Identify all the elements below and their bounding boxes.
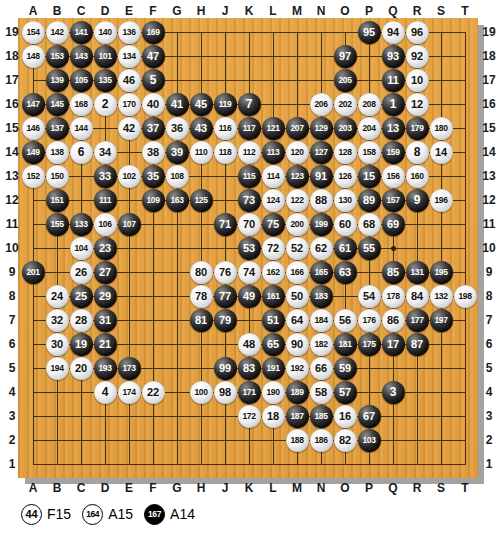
black-stone-A9: 201: [22, 261, 45, 284]
black-stone-J5: 99: [214, 357, 237, 380]
black-stone-L5: 191: [262, 357, 285, 380]
right-coordinate-label: 5: [486, 361, 493, 375]
white-stone-E15: 42: [118, 117, 141, 140]
white-stone-C14: 6: [70, 141, 93, 164]
black-stone-D5: 193: [94, 357, 117, 380]
left-coordinate-label: 12: [5, 193, 18, 207]
move-number: 96: [411, 27, 423, 38]
caption-point-label: F15: [47, 506, 71, 522]
move-number: 14: [435, 147, 447, 158]
move-caption: 44F15164A15167A14: [21, 501, 201, 527]
black-stone-J11: 71: [214, 213, 237, 236]
move-number: 82: [339, 435, 351, 446]
move-number: 19: [75, 339, 87, 350]
white-stone-N6: 182: [310, 333, 333, 356]
white-stone-B7: 32: [46, 309, 69, 332]
black-stone-C19: 141: [70, 21, 93, 44]
top-coordinate-label: N: [317, 4, 326, 18]
move-number: 185: [315, 412, 328, 421]
bottom-coordinate-label: O: [340, 481, 349, 495]
move-number: 106: [99, 220, 112, 229]
white-stone-E17: 46: [118, 69, 141, 92]
white-stone-R17: 10: [406, 69, 429, 92]
left-coordinate-label: 1: [9, 457, 16, 471]
move-number: 172: [243, 412, 256, 421]
white-stone-K11: 70: [238, 213, 261, 236]
move-number: 38: [147, 147, 159, 158]
move-number: 203: [339, 124, 352, 133]
move-number: 53: [243, 243, 255, 254]
white-stone-P16: 208: [358, 93, 381, 116]
move-number: 21: [99, 339, 111, 350]
right-coordinate-label: 6: [486, 337, 493, 351]
move-number: 42: [123, 123, 135, 134]
top-coordinate-label: O: [340, 4, 349, 18]
white-stone-B6: 30: [46, 333, 69, 356]
move-number: 114: [267, 172, 280, 181]
move-number: 207: [291, 124, 304, 133]
move-number: 175: [363, 340, 376, 349]
move-number: 26: [75, 267, 87, 278]
white-stone-E4: 174: [118, 381, 141, 404]
white-stone-D16: 2: [94, 93, 117, 116]
black-stone-K4: 171: [238, 381, 261, 404]
black-stone-Q14: 159: [382, 141, 405, 164]
black-stone-N9: 165: [310, 261, 333, 284]
black-stone-P10: 55: [358, 237, 381, 260]
right-coordinate-label: 10: [482, 241, 495, 255]
move-number: 103: [363, 436, 376, 445]
black-stone-H16: 45: [190, 93, 213, 116]
move-number: 3: [390, 386, 397, 398]
move-number: 59: [339, 363, 351, 374]
right-coordinate-label: 12: [482, 193, 495, 207]
white-stone-M10: 52: [286, 237, 309, 260]
black-stone-D18: 101: [94, 45, 117, 68]
black-stone-O18: 97: [334, 45, 357, 68]
move-number: 151: [51, 196, 64, 205]
move-number: 121: [267, 124, 280, 133]
move-number: 123: [291, 172, 304, 181]
white-stone-O3: 16: [334, 405, 357, 428]
black-stone-L8: 161: [262, 285, 285, 308]
move-number: 117: [243, 124, 256, 133]
white-stone-C7: 28: [70, 309, 93, 332]
white-stone-O12: 130: [334, 189, 357, 212]
move-number: 27: [99, 267, 111, 278]
black-stone-R6: 87: [406, 333, 429, 356]
white-stone-M6: 90: [286, 333, 309, 356]
move-number: 9: [414, 194, 421, 206]
move-number: 108: [171, 172, 184, 181]
move-number: 66: [315, 363, 327, 374]
black-stone-M4: 189: [286, 381, 309, 404]
white-stone-K3: 172: [238, 405, 261, 428]
white-stone-L10: 72: [262, 237, 285, 260]
black-stone-C18: 143: [70, 45, 93, 68]
bottom-coordinate-label: R: [413, 481, 422, 495]
white-stone-Q8: 178: [382, 285, 405, 308]
move-number: 131: [411, 268, 424, 277]
black-stone-Q4: 3: [382, 381, 405, 404]
black-stone-K13: 115: [238, 165, 261, 188]
black-stone-E11: 107: [118, 213, 141, 236]
left-coordinate-label: 10: [5, 241, 18, 255]
black-stone-F17: 5: [142, 69, 165, 92]
white-stone-M14: 120: [286, 141, 309, 164]
black-stone-D6: 21: [94, 333, 117, 356]
move-number: 84: [411, 291, 423, 302]
move-number: 90: [291, 339, 303, 350]
move-number: 176: [363, 316, 376, 325]
white-stone-R13: 160: [406, 165, 429, 188]
top-coordinate-label: G: [172, 4, 181, 18]
move-number: 174: [123, 388, 136, 397]
top-coordinate-label: D: [101, 4, 110, 18]
move-number: 162: [267, 268, 280, 277]
move-number: 158: [363, 148, 376, 157]
black-stone-N15: 129: [310, 117, 333, 140]
move-number: 178: [387, 292, 400, 301]
move-number: 98: [219, 387, 231, 398]
move-number: 110: [195, 148, 208, 157]
left-coordinate-label: 13: [5, 169, 18, 183]
black-stone-O10: 61: [334, 237, 357, 260]
white-stone-E18: 134: [118, 45, 141, 68]
black-stone-D17: 135: [94, 69, 117, 92]
black-stone-N3: 185: [310, 405, 333, 428]
black-stone-L11: 75: [262, 213, 285, 236]
left-coordinate-label: 16: [5, 97, 18, 111]
move-number: 85: [387, 267, 399, 278]
move-number: 139: [51, 76, 64, 85]
black-stone-M13: 123: [286, 165, 309, 188]
right-coordinate-label: 15: [482, 121, 495, 135]
move-number: 102: [123, 172, 136, 181]
move-number: 107: [123, 220, 136, 229]
move-number: 36: [171, 123, 183, 134]
top-coordinate-label: P: [365, 4, 373, 18]
move-number: 190: [267, 388, 280, 397]
top-coordinate-label: K: [245, 4, 254, 18]
move-number: 116: [219, 124, 232, 133]
white-stone-L3: 18: [262, 405, 285, 428]
white-stone-M8: 50: [286, 285, 309, 308]
black-stone-F15: 37: [142, 117, 165, 140]
white-stone-P11: 68: [358, 213, 381, 236]
move-number: 169: [147, 28, 160, 37]
black-stone-A14: 149: [22, 141, 45, 164]
star-point: [391, 246, 396, 251]
move-number: 2: [102, 98, 109, 110]
white-stone-K9: 74: [238, 261, 261, 284]
move-number: 1: [390, 98, 397, 110]
move-number: 120: [291, 148, 304, 157]
white-stone-O16: 202: [334, 93, 357, 116]
black-stone-K15: 117: [238, 117, 261, 140]
move-number: 170: [123, 100, 136, 109]
black-stone-P19: 95: [358, 21, 381, 44]
bottom-coordinate-label: K: [245, 481, 254, 495]
left-coordinate-label: 6: [9, 337, 16, 351]
top-coordinate-label: T: [461, 4, 468, 18]
go-diagram: AABBCCDDEEFFGGHHJJKKLLMMNNOOPPQQRRSSTT19…: [0, 0, 500, 537]
move-number: 74: [243, 267, 255, 278]
black-stone-B17: 139: [46, 69, 69, 92]
move-number: 92: [411, 51, 423, 62]
move-number: 194: [51, 364, 64, 373]
left-coordinate-label: 4: [9, 385, 16, 399]
move-number: 33: [99, 171, 111, 182]
move-number: 86: [387, 315, 399, 326]
move-number: 118: [219, 148, 232, 157]
bottom-coordinate-label: A: [29, 481, 38, 495]
white-stone-C16: 168: [70, 93, 93, 116]
white-stone-N2: 186: [310, 429, 333, 452]
right-coordinate-label: 4: [486, 385, 493, 399]
black-stone-Q6: 17: [382, 333, 405, 356]
move-number: 148: [27, 52, 40, 61]
white-stone-O11: 60: [334, 213, 357, 236]
move-number: 129: [315, 124, 328, 133]
white-stone-N4: 58: [310, 381, 333, 404]
right-coordinate-label: 18: [482, 49, 495, 63]
black-stone-D10: 23: [94, 237, 117, 260]
black-stone-B16: 145: [46, 93, 69, 116]
black-stone-P3: 67: [358, 405, 381, 428]
move-number: 128: [339, 148, 352, 157]
move-number: 45: [195, 99, 207, 110]
black-stone-B11: 155: [46, 213, 69, 236]
white-stone-A13: 152: [22, 165, 45, 188]
black-stone-B12: 151: [46, 189, 69, 212]
white-stone-P14: 158: [358, 141, 381, 164]
black-stone-P2: 103: [358, 429, 381, 452]
move-number: 28: [75, 315, 87, 326]
move-number: 31: [99, 315, 111, 326]
black-stone-D9: 27: [94, 261, 117, 284]
move-number: 137: [51, 124, 64, 133]
white-stone-C9: 26: [70, 261, 93, 284]
move-number: 94: [387, 27, 399, 38]
move-number: 115: [243, 172, 256, 181]
white-stone-A19: 154: [22, 21, 45, 44]
move-number: 112: [243, 148, 256, 157]
black-stone-P13: 15: [358, 165, 381, 188]
move-number: 133: [75, 220, 88, 229]
black-stone-D13: 33: [94, 165, 117, 188]
move-number: 99: [219, 363, 231, 374]
move-number: 8: [414, 146, 421, 158]
bottom-coordinate-label: L: [269, 481, 276, 495]
move-number: 72: [267, 243, 279, 254]
bottom-coordinate-label: P: [365, 481, 373, 495]
bottom-coordinate-label: J: [222, 481, 229, 495]
move-number: 161: [267, 292, 280, 301]
white-stone-N12: 88: [310, 189, 333, 212]
black-stone-Q17: 11: [382, 69, 405, 92]
white-stone-H14: 110: [190, 141, 213, 164]
right-coordinate-label: 3: [486, 409, 493, 423]
move-number: 147: [27, 100, 40, 109]
black-stone-F19: 169: [142, 21, 165, 44]
move-number: 182: [315, 340, 328, 349]
white-stone-R8: 84: [406, 285, 429, 308]
move-number: 67: [363, 411, 375, 422]
move-number: 17: [387, 339, 399, 350]
move-number: 7: [246, 98, 253, 110]
move-number: 136: [123, 28, 136, 37]
move-number: 58: [315, 387, 327, 398]
move-number: 13: [387, 123, 399, 134]
black-stone-Q18: 93: [382, 45, 405, 68]
black-stone-O4: 57: [334, 381, 357, 404]
move-number: 156: [387, 172, 400, 181]
move-number: 187: [291, 412, 304, 421]
white-stone-J15: 116: [214, 117, 237, 140]
right-coordinate-label: 14: [482, 145, 495, 159]
move-number: 202: [339, 100, 352, 109]
black-stone-H15: 43: [190, 117, 213, 140]
left-coordinate-label: 5: [9, 361, 16, 375]
move-number: 196: [435, 196, 448, 205]
black-stone-Q11: 69: [382, 213, 405, 236]
black-stone-C6: 19: [70, 333, 93, 356]
white-stone-D14: 34: [94, 141, 117, 164]
white-stone-M11: 200: [286, 213, 309, 236]
move-number: 134: [123, 52, 136, 61]
black-stone-K10: 53: [238, 237, 261, 260]
black-stone-G16: 41: [166, 93, 189, 116]
black-stone-P6: 175: [358, 333, 381, 356]
black-stone-J8: 77: [214, 285, 237, 308]
move-number: 159: [387, 148, 400, 157]
white-stone-S8: 132: [430, 285, 453, 308]
black-stone-E5: 173: [118, 357, 141, 380]
move-number: 46: [123, 75, 135, 86]
move-number: 37: [147, 123, 159, 134]
move-number: 127: [315, 148, 328, 157]
white-stone-C5: 20: [70, 357, 93, 380]
move-number: 30: [51, 339, 63, 350]
move-number: 135: [99, 76, 112, 85]
move-number: 12: [411, 99, 423, 110]
black-stone-D8: 29: [94, 285, 117, 308]
left-coordinate-label: 15: [5, 121, 18, 135]
caption-white-stone: 44: [21, 504, 42, 525]
black-stone-J16: 119: [214, 93, 237, 116]
white-stone-P7: 176: [358, 309, 381, 332]
bottom-coordinate-label: C: [77, 481, 86, 495]
black-stone-N13: 91: [310, 165, 333, 188]
white-stone-M5: 192: [286, 357, 309, 380]
move-number: 144: [75, 124, 88, 133]
move-number: 192: [291, 364, 304, 373]
bottom-coordinate-label: N: [317, 481, 326, 495]
black-stone-F13: 35: [142, 165, 165, 188]
move-number: 34: [99, 147, 111, 158]
move-number: 208: [363, 100, 376, 109]
white-stone-M7: 64: [286, 309, 309, 332]
white-stone-G15: 36: [166, 117, 189, 140]
move-number: 80: [195, 267, 207, 278]
move-number: 49: [243, 291, 255, 302]
move-number: 40: [147, 99, 159, 110]
left-coordinate-label: 7: [9, 313, 16, 327]
move-number: 93: [387, 51, 399, 62]
black-stone-F12: 109: [142, 189, 165, 212]
white-stone-N16: 206: [310, 93, 333, 116]
move-number: 132: [435, 292, 448, 301]
move-number: 119: [219, 100, 232, 109]
white-stone-M12: 122: [286, 189, 309, 212]
white-stone-A15: 146: [22, 117, 45, 140]
move-number: 143: [75, 52, 88, 61]
caption-move-number: 44: [25, 509, 37, 520]
white-stone-C15: 144: [70, 117, 93, 140]
black-stone-R15: 179: [406, 117, 429, 140]
bottom-coordinate-label: Q: [388, 481, 397, 495]
move-number: 77: [219, 291, 231, 302]
move-number: 48: [243, 339, 255, 350]
black-stone-R12: 9: [406, 189, 429, 212]
move-number: 205: [339, 76, 352, 85]
right-coordinate-label: 1: [486, 457, 493, 471]
move-number: 104: [75, 244, 88, 253]
black-stone-H7: 81: [190, 309, 213, 332]
white-stone-S12: 196: [430, 189, 453, 212]
move-number: 32: [51, 315, 63, 326]
move-number: 206: [315, 100, 328, 109]
top-coordinate-label: R: [413, 4, 422, 18]
white-stone-O2: 82: [334, 429, 357, 452]
right-coordinate-label: 19: [482, 25, 495, 39]
black-stone-R7: 177: [406, 309, 429, 332]
move-number: 43: [195, 123, 207, 134]
white-stone-J9: 76: [214, 261, 237, 284]
black-stone-Q16: 1: [382, 93, 405, 116]
black-stone-N11: 199: [310, 213, 333, 236]
move-number: 101: [99, 52, 112, 61]
top-coordinate-label: S: [437, 4, 445, 18]
move-number: 193: [99, 364, 112, 373]
caption-point-label: A14: [170, 506, 195, 522]
move-number: 16: [339, 411, 351, 422]
black-stone-K5: 83: [238, 357, 261, 380]
black-stone-C11: 133: [70, 213, 93, 236]
move-number: 168: [75, 100, 88, 109]
white-stone-J14: 118: [214, 141, 237, 164]
move-number: 152: [27, 172, 40, 181]
white-stone-G13: 108: [166, 165, 189, 188]
black-stone-H12: 125: [190, 189, 213, 212]
black-stone-L14: 113: [262, 141, 285, 164]
black-stone-R9: 131: [406, 261, 429, 284]
move-number: 138: [51, 148, 64, 157]
move-number: 65: [267, 339, 279, 350]
move-number: 15: [363, 171, 375, 182]
right-coordinate-label: 13: [482, 169, 495, 183]
white-stone-R19: 96: [406, 21, 429, 44]
move-number: 61: [339, 243, 351, 254]
bottom-coordinate-label: M: [292, 481, 302, 495]
black-stone-P12: 89: [358, 189, 381, 212]
top-coordinate-label: B: [53, 4, 62, 18]
black-stone-O6: 181: [334, 333, 357, 356]
white-stone-C10: 104: [70, 237, 93, 260]
move-number: 22: [147, 387, 159, 398]
white-stone-F16: 40: [142, 93, 165, 116]
